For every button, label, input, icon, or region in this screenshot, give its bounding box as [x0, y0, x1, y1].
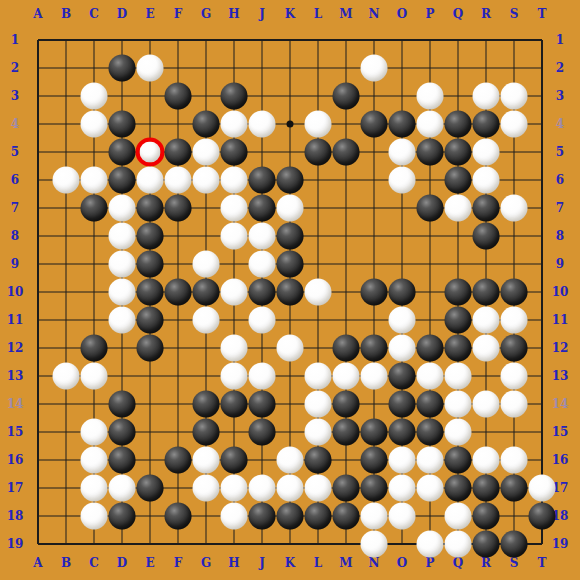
- row-label-left-7: 7: [11, 201, 19, 215]
- black-stone-m5[interactable]: [333, 139, 360, 166]
- go-board[interactable]: AABBCCDDEEFFGGHHJJKKLLMMNNOOPPQQRRSSTT11…: [0, 0, 580, 580]
- white-stone-h7[interactable]: [221, 195, 248, 222]
- black-stone-d2[interactable]: [109, 55, 136, 82]
- row-label-left-17: 17: [7, 481, 24, 495]
- white-stone-n18[interactable]: [361, 503, 388, 530]
- white-stone-g17[interactable]: [193, 475, 220, 502]
- row-label-right-3: 3: [556, 89, 564, 103]
- black-stone-m3[interactable]: [333, 83, 360, 110]
- black-stone-q17[interactable]: [445, 475, 472, 502]
- black-stone-e11[interactable]: [137, 307, 164, 334]
- black-stone-m18[interactable]: [333, 503, 360, 530]
- column-label-bottom-J: J: [259, 556, 265, 570]
- black-stone-h3[interactable]: [221, 83, 248, 110]
- black-stone-n16[interactable]: [361, 447, 388, 474]
- white-stone-r3[interactable]: [473, 83, 500, 110]
- white-stone-j17[interactable]: [249, 475, 276, 502]
- white-stone-s4[interactable]: [501, 111, 528, 138]
- white-stone-p3[interactable]: [417, 83, 444, 110]
- black-stone-r7[interactable]: [473, 195, 500, 222]
- row-label-left-12: 12: [7, 341, 24, 355]
- black-stone-f10[interactable]: [165, 279, 192, 306]
- row-label-left-2: 2: [11, 61, 19, 75]
- black-stone-k18[interactable]: [277, 503, 304, 530]
- black-stone-g15[interactable]: [193, 419, 220, 446]
- white-stone-g11[interactable]: [193, 307, 220, 334]
- white-stone-h6[interactable]: [221, 167, 248, 194]
- white-stone-c17[interactable]: [81, 475, 108, 502]
- white-stone-p17[interactable]: [417, 475, 444, 502]
- row-label-left-19: 19: [7, 537, 24, 551]
- row-label-right-6: 6: [556, 173, 564, 187]
- white-stone-o11[interactable]: [389, 307, 416, 334]
- column-label-bottom-G: G: [201, 556, 211, 570]
- black-stone-j15[interactable]: [249, 419, 276, 446]
- black-stone-q10[interactable]: [445, 279, 472, 306]
- row-label-right-14: 14: [552, 397, 569, 411]
- white-stone-c13[interactable]: [81, 363, 108, 390]
- star-point-k4: [287, 121, 294, 128]
- white-stone-p13[interactable]: [417, 363, 444, 390]
- white-stone-b13[interactable]: [53, 363, 80, 390]
- row-label-right-13: 13: [552, 369, 569, 383]
- row-label-left-5: 5: [11, 145, 19, 159]
- white-stone-k7[interactable]: [277, 195, 304, 222]
- row-label-left-1: 1: [11, 33, 19, 47]
- black-stone-f18[interactable]: [165, 503, 192, 530]
- black-stone-g4[interactable]: [193, 111, 220, 138]
- row-label-left-9: 9: [11, 257, 19, 271]
- column-label-bottom-E: E: [145, 556, 154, 570]
- white-stone-o6[interactable]: [389, 167, 416, 194]
- white-stone-o12[interactable]: [389, 335, 416, 362]
- column-label-top-M: M: [339, 7, 352, 21]
- column-label-top-T: T: [538, 7, 547, 21]
- white-stone-l4[interactable]: [305, 111, 332, 138]
- black-stone-p15[interactable]: [417, 419, 444, 446]
- white-stone-o16[interactable]: [389, 447, 416, 474]
- white-stone-r16[interactable]: [473, 447, 500, 474]
- row-label-left-16: 16: [7, 453, 24, 467]
- white-stone-d8[interactable]: [109, 223, 136, 250]
- white-stone-q18[interactable]: [445, 503, 472, 530]
- black-stone-e9[interactable]: [137, 251, 164, 278]
- white-stone-c3[interactable]: [81, 83, 108, 110]
- black-stone-f7[interactable]: [165, 195, 192, 222]
- row-label-right-1: 1: [556, 33, 564, 47]
- column-label-bottom-T: T: [538, 556, 547, 570]
- black-stone-j10[interactable]: [249, 279, 276, 306]
- white-stone-d17[interactable]: [109, 475, 136, 502]
- black-stone-e17[interactable]: [137, 475, 164, 502]
- white-stone-m13[interactable]: [333, 363, 360, 390]
- white-stone-q13[interactable]: [445, 363, 472, 390]
- column-label-top-C: C: [89, 7, 99, 21]
- white-stone-g5[interactable]: [193, 139, 220, 166]
- white-stone-p19[interactable]: [417, 531, 444, 558]
- row-label-right-4: 4: [556, 117, 564, 131]
- white-stone-r6[interactable]: [473, 167, 500, 194]
- white-stone-e6[interactable]: [137, 167, 164, 194]
- row-label-right-16: 16: [552, 453, 569, 467]
- column-label-bottom-L: L: [314, 556, 322, 570]
- black-stone-h16[interactable]: [221, 447, 248, 474]
- white-stone-n19[interactable]: [361, 531, 388, 558]
- white-stone-n13[interactable]: [361, 363, 388, 390]
- column-label-bottom-D: D: [117, 556, 127, 570]
- row-label-right-11: 11: [552, 313, 569, 327]
- black-stone-h14[interactable]: [221, 391, 248, 418]
- black-stone-e8[interactable]: [137, 223, 164, 250]
- column-label-top-F: F: [174, 7, 183, 21]
- black-stone-k8[interactable]: [277, 223, 304, 250]
- black-stone-n15[interactable]: [361, 419, 388, 446]
- white-stone-n2[interactable]: [361, 55, 388, 82]
- black-stone-s10[interactable]: [501, 279, 528, 306]
- white-stone-l13[interactable]: [305, 363, 332, 390]
- black-stone-q12[interactable]: [445, 335, 472, 362]
- white-stone-h13[interactable]: [221, 363, 248, 390]
- black-stone-s12[interactable]: [501, 335, 528, 362]
- white-stone-c15[interactable]: [81, 419, 108, 446]
- black-stone-r19[interactable]: [473, 531, 500, 558]
- row-label-left-6: 6: [11, 173, 19, 187]
- white-stone-s16[interactable]: [501, 447, 528, 474]
- column-label-bottom-K: K: [285, 556, 295, 570]
- column-label-bottom-H: H: [228, 556, 239, 570]
- black-stone-e7[interactable]: [137, 195, 164, 222]
- column-label-bottom-S: S: [510, 556, 519, 570]
- row-label-left-8: 8: [11, 229, 19, 243]
- black-stone-m17[interactable]: [333, 475, 360, 502]
- black-stone-q5[interactable]: [445, 139, 472, 166]
- white-stone-l14[interactable]: [305, 391, 332, 418]
- row-label-right-2: 2: [556, 61, 564, 75]
- black-stone-n10[interactable]: [361, 279, 388, 306]
- white-stone-p4[interactable]: [417, 111, 444, 138]
- black-stone-m14[interactable]: [333, 391, 360, 418]
- column-label-top-D: D: [117, 7, 127, 21]
- white-stone-q15[interactable]: [445, 419, 472, 446]
- white-stone-s13[interactable]: [501, 363, 528, 390]
- white-stone-h8[interactable]: [221, 223, 248, 250]
- white-stone-c4[interactable]: [81, 111, 108, 138]
- column-label-bottom-B: B: [61, 556, 71, 570]
- row-label-left-14: 14: [7, 397, 24, 411]
- white-stone-s14[interactable]: [501, 391, 528, 418]
- column-label-bottom-N: N: [369, 556, 380, 570]
- white-stone-e5[interactable]: [136, 138, 165, 167]
- white-stone-t17[interactable]: [529, 475, 556, 502]
- black-stone-s19[interactable]: [501, 531, 528, 558]
- white-stone-s11[interactable]: [501, 307, 528, 334]
- black-stone-q6[interactable]: [445, 167, 472, 194]
- black-stone-s17[interactable]: [501, 475, 528, 502]
- black-stone-j14[interactable]: [249, 391, 276, 418]
- column-label-top-A: A: [33, 7, 42, 21]
- white-stone-r12[interactable]: [473, 335, 500, 362]
- column-label-bottom-A: A: [33, 556, 42, 570]
- black-stone-k6[interactable]: [277, 167, 304, 194]
- column-label-top-B: B: [61, 7, 71, 21]
- black-stone-k10[interactable]: [277, 279, 304, 306]
- white-stone-p16[interactable]: [417, 447, 444, 474]
- white-stone-j9[interactable]: [249, 251, 276, 278]
- column-label-top-O: O: [397, 7, 407, 21]
- white-stone-h10[interactable]: [221, 279, 248, 306]
- white-stone-j4[interactable]: [249, 111, 276, 138]
- row-label-right-9: 9: [556, 257, 564, 271]
- white-stone-g6[interactable]: [193, 167, 220, 194]
- white-stone-h18[interactable]: [221, 503, 248, 530]
- column-label-bottom-F: F: [174, 556, 183, 570]
- white-stone-q7[interactable]: [445, 195, 472, 222]
- black-stone-f3[interactable]: [165, 83, 192, 110]
- black-stone-d14[interactable]: [109, 391, 136, 418]
- column-label-top-Q: Q: [453, 7, 463, 21]
- black-stone-o4[interactable]: [389, 111, 416, 138]
- row-label-left-4: 4: [11, 117, 19, 131]
- column-label-top-R: R: [481, 7, 491, 21]
- row-label-left-10: 10: [7, 285, 24, 299]
- white-stone-d11[interactable]: [109, 307, 136, 334]
- row-label-right-5: 5: [556, 145, 564, 159]
- black-stone-h5[interactable]: [221, 139, 248, 166]
- white-stone-b6[interactable]: [53, 167, 80, 194]
- white-stone-k17[interactable]: [277, 475, 304, 502]
- white-stone-h4[interactable]: [221, 111, 248, 138]
- row-label-left-3: 3: [11, 89, 19, 103]
- black-stone-n4[interactable]: [361, 111, 388, 138]
- white-stone-j13[interactable]: [249, 363, 276, 390]
- white-stone-c18[interactable]: [81, 503, 108, 530]
- white-stone-d9[interactable]: [109, 251, 136, 278]
- black-stone-f16[interactable]: [165, 447, 192, 474]
- row-label-right-15: 15: [552, 425, 569, 439]
- white-stone-g16[interactable]: [193, 447, 220, 474]
- column-label-bottom-Q: Q: [453, 556, 463, 570]
- white-stone-k16[interactable]: [277, 447, 304, 474]
- black-stone-j6[interactable]: [249, 167, 276, 194]
- white-stone-c6[interactable]: [81, 167, 108, 194]
- white-stone-c16[interactable]: [81, 447, 108, 474]
- black-stone-l16[interactable]: [305, 447, 332, 474]
- black-stone-p14[interactable]: [417, 391, 444, 418]
- row-label-right-19: 19: [552, 537, 569, 551]
- white-stone-h12[interactable]: [221, 335, 248, 362]
- white-stone-o18[interactable]: [389, 503, 416, 530]
- column-label-bottom-P: P: [425, 556, 434, 570]
- white-stone-l10[interactable]: [305, 279, 332, 306]
- black-stone-t18[interactable]: [529, 503, 556, 530]
- black-stone-o10[interactable]: [389, 279, 416, 306]
- white-stone-j8[interactable]: [249, 223, 276, 250]
- row-label-right-7: 7: [556, 201, 564, 215]
- white-stone-e2[interactable]: [137, 55, 164, 82]
- row-label-left-13: 13: [7, 369, 24, 383]
- white-stone-g9[interactable]: [193, 251, 220, 278]
- white-stone-k12[interactable]: [277, 335, 304, 362]
- black-stone-e10[interactable]: [137, 279, 164, 306]
- black-stone-d4[interactable]: [109, 111, 136, 138]
- black-stone-d6[interactable]: [109, 167, 136, 194]
- row-label-left-15: 15: [7, 425, 24, 439]
- column-label-bottom-C: C: [89, 556, 99, 570]
- column-label-top-E: E: [145, 7, 154, 21]
- black-stone-g10[interactable]: [193, 279, 220, 306]
- row-label-right-8: 8: [556, 229, 564, 243]
- black-stone-r17[interactable]: [473, 475, 500, 502]
- black-stone-l18[interactable]: [305, 503, 332, 530]
- white-stone-r11[interactable]: [473, 307, 500, 334]
- white-stone-j11[interactable]: [249, 307, 276, 334]
- black-stone-q11[interactable]: [445, 307, 472, 334]
- black-stone-p5[interactable]: [417, 139, 444, 166]
- column-label-top-G: G: [201, 7, 211, 21]
- black-stone-c7[interactable]: [81, 195, 108, 222]
- white-stone-s7[interactable]: [501, 195, 528, 222]
- black-stone-p7[interactable]: [417, 195, 444, 222]
- column-label-top-P: P: [425, 7, 434, 21]
- white-stone-q14[interactable]: [445, 391, 472, 418]
- black-stone-d18[interactable]: [109, 503, 136, 530]
- column-label-bottom-R: R: [481, 556, 491, 570]
- black-stone-r18[interactable]: [473, 503, 500, 530]
- black-stone-n12[interactable]: [361, 335, 388, 362]
- column-label-top-H: H: [228, 7, 239, 21]
- black-stone-e12[interactable]: [137, 335, 164, 362]
- white-stone-l15[interactable]: [305, 419, 332, 446]
- black-stone-r8[interactable]: [473, 223, 500, 250]
- black-stone-n17[interactable]: [361, 475, 388, 502]
- black-stone-r4[interactable]: [473, 111, 500, 138]
- white-stone-r5[interactable]: [473, 139, 500, 166]
- black-stone-j18[interactable]: [249, 503, 276, 530]
- black-stone-o14[interactable]: [389, 391, 416, 418]
- column-label-top-K: K: [285, 7, 295, 21]
- black-stone-d15[interactable]: [109, 419, 136, 446]
- white-stone-h17[interactable]: [221, 475, 248, 502]
- black-stone-q16[interactable]: [445, 447, 472, 474]
- black-stone-f5[interactable]: [165, 139, 192, 166]
- column-label-top-L: L: [314, 7, 322, 21]
- black-stone-d16[interactable]: [109, 447, 136, 474]
- black-stone-j7[interactable]: [249, 195, 276, 222]
- white-stone-q19[interactable]: [445, 531, 472, 558]
- black-stone-q4[interactable]: [445, 111, 472, 138]
- black-stone-k9[interactable]: [277, 251, 304, 278]
- white-stone-d7[interactable]: [109, 195, 136, 222]
- white-stone-d10[interactable]: [109, 279, 136, 306]
- black-stone-p12[interactable]: [417, 335, 444, 362]
- black-stone-l5[interactable]: [305, 139, 332, 166]
- white-stone-f6[interactable]: [165, 167, 192, 194]
- black-stone-r10[interactable]: [473, 279, 500, 306]
- white-stone-l17[interactable]: [305, 475, 332, 502]
- black-stone-o15[interactable]: [389, 419, 416, 446]
- white-stone-r14[interactable]: [473, 391, 500, 418]
- column-label-top-N: N: [369, 7, 380, 21]
- black-stone-m15[interactable]: [333, 419, 360, 446]
- black-stone-g14[interactable]: [193, 391, 220, 418]
- black-stone-o13[interactable]: [389, 363, 416, 390]
- white-stone-s3[interactable]: [501, 83, 528, 110]
- row-label-right-10: 10: [552, 285, 569, 299]
- row-label-right-12: 12: [552, 341, 569, 355]
- column-label-top-S: S: [510, 7, 519, 21]
- white-stone-o17[interactable]: [389, 475, 416, 502]
- black-stone-m12[interactable]: [333, 335, 360, 362]
- row-label-left-11: 11: [7, 313, 24, 327]
- white-stone-o5[interactable]: [389, 139, 416, 166]
- column-label-top-J: J: [259, 7, 265, 21]
- row-label-left-18: 18: [7, 509, 24, 523]
- column-label-bottom-O: O: [397, 556, 407, 570]
- black-stone-d5[interactable]: [109, 139, 136, 166]
- black-stone-c12[interactable]: [81, 335, 108, 362]
- column-label-bottom-M: M: [339, 556, 352, 570]
